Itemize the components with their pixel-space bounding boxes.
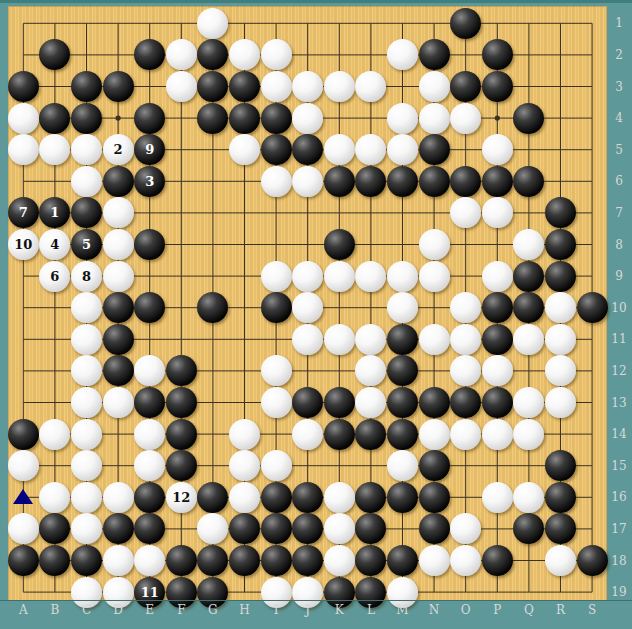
- stone-M18[interactable]: [387, 545, 418, 576]
- stone-C9[interactable]: 8: [71, 261, 102, 292]
- stone-J14[interactable]: [292, 419, 323, 450]
- stone-L9[interactable]: [355, 261, 386, 292]
- stone-A4[interactable]: [8, 103, 39, 134]
- stone-Q6[interactable]: [513, 166, 544, 197]
- stone-D17[interactable]: [103, 513, 134, 544]
- move-number-label: 7: [19, 206, 28, 219]
- stone-D10[interactable]: [103, 292, 134, 323]
- stone-G1[interactable]: [197, 8, 228, 39]
- stone-I12[interactable]: [261, 355, 292, 386]
- stone-J11[interactable]: [292, 324, 323, 355]
- stone-S18[interactable]: [577, 545, 608, 576]
- stone-M15[interactable]: [387, 450, 418, 481]
- stone-M4[interactable]: [387, 103, 418, 134]
- stone-E4[interactable]: [134, 103, 165, 134]
- row-labels: 12345678910111213141516171819: [606, 0, 632, 629]
- row-label-16: 16: [611, 490, 626, 504]
- stone-P11[interactable]: [482, 324, 513, 355]
- stone-C13[interactable]: [71, 387, 102, 418]
- row-label-3: 3: [615, 80, 623, 94]
- move-number-label: 8: [82, 270, 91, 283]
- move-number-label: 12: [172, 491, 190, 504]
- row-label-17: 17: [611, 522, 626, 536]
- column-label-S: S: [588, 603, 596, 617]
- stone-M11[interactable]: [387, 324, 418, 355]
- stone-D6[interactable]: [103, 166, 134, 197]
- stone-B14[interactable]: [39, 419, 70, 450]
- stone-N11[interactable]: [419, 324, 450, 355]
- stone-A7[interactable]: 7: [8, 197, 39, 228]
- stone-I4[interactable]: [261, 103, 292, 134]
- stone-P14[interactable]: [482, 419, 513, 450]
- stone-P12[interactable]: [482, 355, 513, 386]
- stone-Q16[interactable]: [513, 482, 544, 513]
- stone-L14[interactable]: [355, 419, 386, 450]
- stone-M13[interactable]: [387, 387, 418, 418]
- stone-K9[interactable]: [324, 261, 355, 292]
- stone-O18[interactable]: [450, 545, 481, 576]
- column-label-O: O: [461, 603, 471, 617]
- stone-B16[interactable]: [39, 482, 70, 513]
- stone-D7[interactable]: [103, 197, 134, 228]
- stone-C6[interactable]: [71, 166, 102, 197]
- stone-J4[interactable]: [292, 103, 323, 134]
- stone-K14[interactable]: [324, 419, 355, 450]
- stone-N9[interactable]: [419, 261, 450, 292]
- stone-A5[interactable]: [8, 134, 39, 165]
- stone-F16[interactable]: 12: [166, 482, 197, 513]
- column-label-P: P: [493, 603, 501, 617]
- stone-K18[interactable]: [324, 545, 355, 576]
- stone-K3[interactable]: [324, 71, 355, 102]
- stone-L6[interactable]: [355, 166, 386, 197]
- stone-P2[interactable]: [482, 39, 513, 70]
- stone-R18[interactable]: [545, 545, 576, 576]
- stone-H4[interactable]: [229, 103, 260, 134]
- stone-P13[interactable]: [482, 387, 513, 418]
- stone-B9[interactable]: 6: [39, 261, 70, 292]
- row-label-13: 13: [611, 396, 626, 410]
- move-number-label: 10: [14, 238, 32, 251]
- stone-H16[interactable]: [229, 482, 260, 513]
- row-label-8: 8: [615, 238, 623, 252]
- column-label-B: B: [50, 603, 59, 617]
- stone-N3[interactable]: [419, 71, 450, 102]
- stone-F14[interactable]: [166, 419, 197, 450]
- stone-O14[interactable]: [450, 419, 481, 450]
- row-label-15: 15: [611, 459, 626, 473]
- stone-G4[interactable]: [197, 103, 228, 134]
- stone-C5[interactable]: [71, 134, 102, 165]
- column-label-K: K: [335, 603, 344, 617]
- stone-O3[interactable]: [450, 71, 481, 102]
- stone-I16[interactable]: [261, 482, 292, 513]
- stone-D16[interactable]: [103, 482, 134, 513]
- column-label-A: A: [19, 603, 28, 617]
- row-label-12: 12: [611, 364, 626, 378]
- stone-E13[interactable]: [134, 387, 165, 418]
- stone-O11[interactable]: [450, 324, 481, 355]
- column-label-L: L: [367, 603, 375, 617]
- stone-D9[interactable]: [103, 261, 134, 292]
- stone-K16[interactable]: [324, 482, 355, 513]
- row-label-2: 2: [615, 48, 623, 62]
- stone-P3[interactable]: [482, 71, 513, 102]
- column-label-R: R: [556, 603, 565, 617]
- stone-K11[interactable]: [324, 324, 355, 355]
- stone-D8[interactable]: [103, 229, 134, 260]
- stone-N14[interactable]: [419, 419, 450, 450]
- stone-N4[interactable]: [419, 103, 450, 134]
- row-label-10: 10: [611, 301, 626, 315]
- row-label-19: 19: [611, 585, 626, 599]
- move-number-label: 4: [50, 238, 59, 251]
- move-number-label: 3: [145, 175, 154, 188]
- stone-Q4[interactable]: [513, 103, 544, 134]
- stone-I18[interactable]: [261, 545, 292, 576]
- stone-A14[interactable]: [8, 419, 39, 450]
- stone-E14[interactable]: [134, 419, 165, 450]
- stone-N17[interactable]: [419, 513, 450, 544]
- stone-P10[interactable]: [482, 292, 513, 323]
- stone-R15[interactable]: [545, 450, 576, 481]
- stone-N6[interactable]: [419, 166, 450, 197]
- star-point: [116, 116, 121, 121]
- stone-C10[interactable]: [71, 292, 102, 323]
- stone-N5[interactable]: [419, 134, 450, 165]
- stone-K13[interactable]: [324, 387, 355, 418]
- stone-O4[interactable]: [450, 103, 481, 134]
- stone-E8[interactable]: [134, 229, 165, 260]
- stone-P7[interactable]: [482, 197, 513, 228]
- column-label-F: F: [177, 603, 185, 617]
- stone-D18[interactable]: [103, 545, 134, 576]
- stone-F15[interactable]: [166, 450, 197, 481]
- stone-I6[interactable]: [261, 166, 292, 197]
- column-labels: ABCDEFGHIJKLMNOPQRS: [0, 600, 632, 629]
- stone-R16[interactable]: [545, 482, 576, 513]
- stone-J13[interactable]: [292, 387, 323, 418]
- stone-F3[interactable]: [166, 71, 197, 102]
- stone-P6[interactable]: [482, 166, 513, 197]
- stone-D5[interactable]: 2: [103, 134, 134, 165]
- stone-M10[interactable]: [387, 292, 418, 323]
- stone-M14[interactable]: [387, 419, 418, 450]
- row-label-1: 1: [615, 16, 623, 30]
- go-board[interactable]: 293711045681211: [8, 6, 607, 601]
- stone-M9[interactable]: [387, 261, 418, 292]
- stone-I15[interactable]: [261, 450, 292, 481]
- stone-C11[interactable]: [71, 324, 102, 355]
- stone-K8[interactable]: [324, 229, 355, 260]
- row-label-9: 9: [615, 269, 623, 283]
- triangle-marker: [13, 489, 33, 504]
- stone-H3[interactable]: [229, 71, 260, 102]
- go-board-screen: 293711045681211 ABCDEFGHIJKLMNOPQRS 1234…: [0, 0, 632, 629]
- column-label-N: N: [429, 603, 440, 617]
- move-number-label: 6: [50, 270, 59, 283]
- column-label-H: H: [239, 603, 249, 617]
- stone-P18[interactable]: [482, 545, 513, 576]
- stone-F12[interactable]: [166, 355, 197, 386]
- stone-O13[interactable]: [450, 387, 481, 418]
- row-label-5: 5: [615, 143, 623, 157]
- stone-M6[interactable]: [387, 166, 418, 197]
- stone-H15[interactable]: [229, 450, 260, 481]
- stone-L11[interactable]: [355, 324, 386, 355]
- move-number-label: 1: [50, 206, 59, 219]
- move-number-label: 2: [114, 143, 123, 156]
- column-label-Q: Q: [524, 603, 534, 617]
- row-label-14: 14: [611, 427, 626, 441]
- stone-C15[interactable]: [71, 450, 102, 481]
- row-label-18: 18: [611, 554, 626, 568]
- column-label-D: D: [113, 603, 123, 617]
- stone-A17[interactable]: [8, 513, 39, 544]
- stone-O1[interactable]: [450, 8, 481, 39]
- row-label-7: 7: [615, 206, 623, 220]
- stone-M5[interactable]: [387, 134, 418, 165]
- stone-D12[interactable]: [103, 355, 134, 386]
- column-label-G: G: [208, 603, 218, 617]
- stone-A3[interactable]: [8, 71, 39, 102]
- stone-J6[interactable]: [292, 166, 323, 197]
- stone-B4[interactable]: [39, 103, 70, 134]
- stone-N13[interactable]: [419, 387, 450, 418]
- stone-C16[interactable]: [71, 482, 102, 513]
- stone-M16[interactable]: [387, 482, 418, 513]
- stone-G16[interactable]: [197, 482, 228, 513]
- column-label-J: J: [305, 603, 310, 617]
- stone-O6[interactable]: [450, 166, 481, 197]
- stone-C3[interactable]: [71, 71, 102, 102]
- stone-C4[interactable]: [71, 103, 102, 134]
- column-label-C: C: [82, 603, 91, 617]
- stone-K5[interactable]: [324, 134, 355, 165]
- stone-R8[interactable]: [545, 229, 576, 260]
- stone-P5[interactable]: [482, 134, 513, 165]
- stone-Q14[interactable]: [513, 419, 544, 450]
- stone-R10[interactable]: [545, 292, 576, 323]
- stone-I10[interactable]: [261, 292, 292, 323]
- stone-K6[interactable]: [324, 166, 355, 197]
- column-label-E: E: [145, 603, 154, 617]
- star-point: [495, 116, 500, 121]
- stone-A8[interactable]: 10: [8, 229, 39, 260]
- column-label-I: I: [274, 603, 279, 617]
- stone-L16[interactable]: [355, 482, 386, 513]
- stone-N16[interactable]: [419, 482, 450, 513]
- row-label-11: 11: [611, 332, 626, 346]
- stone-Q9[interactable]: [513, 261, 544, 292]
- stone-J18[interactable]: [292, 545, 323, 576]
- stone-D11[interactable]: [103, 324, 134, 355]
- stone-E16[interactable]: [134, 482, 165, 513]
- move-number-label: 11: [141, 586, 159, 599]
- stone-N15[interactable]: [419, 450, 450, 481]
- stone-H5[interactable]: [229, 134, 260, 165]
- row-label-4: 4: [615, 111, 623, 125]
- stone-C14[interactable]: [71, 419, 102, 450]
- stone-J3[interactable]: [292, 71, 323, 102]
- stone-I3[interactable]: [261, 71, 292, 102]
- stone-F13[interactable]: [166, 387, 197, 418]
- stone-H14[interactable]: [229, 419, 260, 450]
- stone-K17[interactable]: [324, 513, 355, 544]
- stone-I9[interactable]: [261, 261, 292, 292]
- stone-R11[interactable]: [545, 324, 576, 355]
- stone-D3[interactable]: [103, 71, 134, 102]
- stone-N8[interactable]: [419, 229, 450, 260]
- stone-P9[interactable]: [482, 261, 513, 292]
- stone-J9[interactable]: [292, 261, 323, 292]
- stone-P16[interactable]: [482, 482, 513, 513]
- stone-F2[interactable]: [166, 39, 197, 70]
- stone-R9[interactable]: [545, 261, 576, 292]
- column-label-M: M: [396, 603, 408, 617]
- stone-C8[interactable]: 5: [71, 229, 102, 260]
- move-number-label: 9: [145, 143, 154, 156]
- stone-A18[interactable]: [8, 545, 39, 576]
- stone-R13[interactable]: [545, 387, 576, 418]
- stone-I5[interactable]: [261, 134, 292, 165]
- stone-N18[interactable]: [419, 545, 450, 576]
- stone-E18[interactable]: [134, 545, 165, 576]
- stone-C18[interactable]: [71, 545, 102, 576]
- stone-E6[interactable]: 3: [134, 166, 165, 197]
- stone-N2[interactable]: [419, 39, 450, 70]
- stone-S10[interactable]: [577, 292, 608, 323]
- move-number-label: 5: [82, 238, 91, 251]
- stone-Q11[interactable]: [513, 324, 544, 355]
- stone-D13[interactable]: [103, 387, 134, 418]
- stone-H18[interactable]: [229, 545, 260, 576]
- stone-J16[interactable]: [292, 482, 323, 513]
- stone-I13[interactable]: [261, 387, 292, 418]
- stone-I2[interactable]: [261, 39, 292, 70]
- stone-F18[interactable]: [166, 545, 197, 576]
- stone-I17[interactable]: [261, 513, 292, 544]
- row-label-6: 6: [615, 174, 623, 188]
- stone-A15[interactable]: [8, 450, 39, 481]
